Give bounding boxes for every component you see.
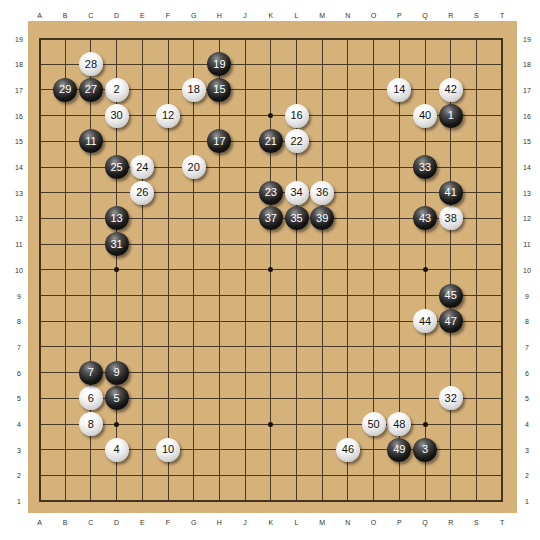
coord-label-bottom-N: N xyxy=(345,519,350,526)
coord-label-bottom-M: M xyxy=(319,519,325,526)
coord-label-right-3: 3 xyxy=(525,446,529,453)
coord-label-top-H: H xyxy=(217,12,222,19)
coord-label-right-19: 19 xyxy=(523,35,531,42)
coord-label-left-9: 9 xyxy=(17,292,21,299)
coord-label-top-J: J xyxy=(243,12,247,19)
coord-label-bottom-O: O xyxy=(371,519,376,526)
coord-label-top-C: C xyxy=(88,12,93,19)
coord-label-left-4: 4 xyxy=(17,421,21,428)
coord-label-bottom-S: S xyxy=(474,519,479,526)
coord-label-bottom-J: J xyxy=(243,519,247,526)
coord-label-bottom-E: E xyxy=(140,519,145,526)
coord-label-left-16: 16 xyxy=(15,112,23,119)
coord-label-top-O: O xyxy=(371,12,376,19)
coord-label-right-7: 7 xyxy=(525,343,529,350)
coord-label-right-11: 11 xyxy=(523,241,530,248)
coord-label-left-12: 12 xyxy=(15,215,23,222)
coord-label-bottom-R: R xyxy=(448,519,453,526)
coord-label-top-S: S xyxy=(474,12,479,19)
coord-label-bottom-F: F xyxy=(166,519,170,526)
coord-label-left-6: 6 xyxy=(17,369,21,376)
coord-label-bottom-D: D xyxy=(114,519,119,526)
coord-label-bottom-P: P xyxy=(397,519,402,526)
coord-label-bottom-B: B xyxy=(63,519,68,526)
coord-label-left-11: 11 xyxy=(15,241,22,248)
goban-surface[interactable] xyxy=(28,21,517,513)
coord-label-right-12: 12 xyxy=(523,215,531,222)
coord-label-right-16: 16 xyxy=(523,112,531,119)
coord-label-top-B: B xyxy=(63,12,68,19)
coord-label-top-L: L xyxy=(295,12,299,19)
coord-label-right-6: 6 xyxy=(525,369,529,376)
coord-label-right-17: 17 xyxy=(523,86,531,93)
coord-label-right-18: 18 xyxy=(523,61,531,68)
coord-label-right-8: 8 xyxy=(525,318,529,325)
coord-label-right-15: 15 xyxy=(523,138,531,145)
coord-label-top-M: M xyxy=(319,12,325,19)
coord-label-left-10: 10 xyxy=(15,266,23,273)
coord-label-bottom-G: G xyxy=(191,519,196,526)
coord-label-bottom-L: L xyxy=(295,519,299,526)
coord-label-left-14: 14 xyxy=(15,164,23,171)
coord-label-top-T: T xyxy=(500,12,504,19)
coord-label-right-2: 2 xyxy=(525,472,529,479)
coord-label-bottom-K: K xyxy=(268,519,273,526)
coord-label-bottom-Q: Q xyxy=(422,519,427,526)
coord-label-top-F: F xyxy=(166,12,170,19)
coord-label-left-17: 17 xyxy=(15,86,23,93)
coord-label-left-13: 13 xyxy=(15,189,23,196)
coord-label-top-E: E xyxy=(140,12,145,19)
coord-label-left-15: 15 xyxy=(15,138,23,145)
go-diagram-page: AABBCCDDEEFFGGHHJJKKLLMMNNOOPPQQRRSSTT19… xyxy=(0,0,540,540)
coord-label-right-14: 14 xyxy=(523,164,531,171)
coord-label-bottom-H: H xyxy=(217,519,222,526)
coord-label-right-4: 4 xyxy=(525,421,529,428)
coord-label-top-G: G xyxy=(191,12,196,19)
coord-label-top-D: D xyxy=(114,12,119,19)
coord-label-right-1: 1 xyxy=(525,498,529,505)
coord-label-right-5: 5 xyxy=(525,395,529,402)
coord-label-left-7: 7 xyxy=(17,343,21,350)
coord-label-top-Q: Q xyxy=(422,12,427,19)
coord-label-left-1: 1 xyxy=(17,498,21,505)
coord-label-right-9: 9 xyxy=(525,292,529,299)
coord-label-left-19: 19 xyxy=(15,35,23,42)
coord-label-bottom-C: C xyxy=(88,519,93,526)
coord-label-top-K: K xyxy=(268,12,273,19)
coord-label-top-R: R xyxy=(448,12,453,19)
coord-label-top-A: A xyxy=(37,12,42,19)
coord-label-top-N: N xyxy=(345,12,350,19)
coord-label-bottom-A: A xyxy=(37,519,42,526)
coord-label-left-18: 18 xyxy=(15,61,23,68)
coord-label-left-2: 2 xyxy=(17,472,21,479)
coord-label-left-8: 8 xyxy=(17,318,21,325)
coord-label-bottom-T: T xyxy=(500,519,504,526)
coord-label-top-P: P xyxy=(397,12,402,19)
coord-label-right-13: 13 xyxy=(523,189,531,196)
coord-label-left-3: 3 xyxy=(17,446,21,453)
coord-label-left-5: 5 xyxy=(17,395,21,402)
coord-label-right-10: 10 xyxy=(523,266,531,273)
